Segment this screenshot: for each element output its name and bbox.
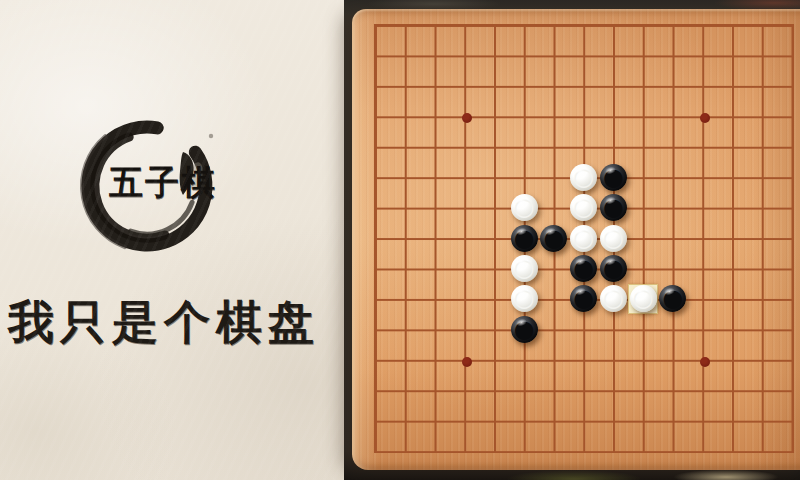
board-cell[interactable] [628,101,658,131]
board-cell[interactable] [420,162,450,192]
board-cell[interactable] [390,284,420,314]
board-cell[interactable] [390,375,420,405]
board-cell[interactable] [390,223,420,253]
board-cell[interactable] [480,101,510,131]
board-cell[interactable] [777,314,800,344]
board-cell[interactable] [628,40,658,70]
board-cell[interactable] [688,71,718,101]
board-cell[interactable] [658,314,688,344]
board-cell[interactable]: ● [599,253,629,283]
board-cell[interactable] [718,101,748,131]
board-cell[interactable] [509,10,539,40]
board-cell[interactable] [539,40,569,70]
board-cell[interactable] [390,101,420,131]
board-cell[interactable] [509,101,539,131]
board-cell[interactable] [450,375,480,405]
board-cell[interactable] [599,10,629,40]
board-cell[interactable] [361,162,391,192]
board-cell[interactable] [539,284,569,314]
board-cell[interactable] [539,71,569,101]
board-cell[interactable]: ○ [628,284,658,314]
board-cell[interactable] [658,192,688,222]
board-cell[interactable] [450,436,480,466]
board-cell[interactable]: ● [569,284,599,314]
board-cell[interactable]: ○ [569,192,599,222]
white-stone: ○ [630,285,657,312]
board-cell[interactable] [450,284,480,314]
board-cell[interactable] [658,132,688,162]
board-cell[interactable] [420,436,450,466]
board-cell[interactable]: ○ [599,223,629,253]
board-cell[interactable] [480,375,510,405]
board-cell[interactable] [420,101,450,131]
black-stone: ● [540,225,567,252]
board-cell[interactable] [599,40,629,70]
board-cell[interactable] [480,253,510,283]
board-cell[interactable] [747,345,777,375]
board-cell[interactable]: ● [658,284,688,314]
board-cell[interactable] [509,375,539,405]
board-cell[interactable] [539,101,569,131]
white-stone: ○ [511,194,538,221]
board-cell[interactable] [688,192,718,222]
board-cell[interactable] [420,192,450,222]
board-cell[interactable] [777,132,800,162]
board-cell[interactable] [747,284,777,314]
board-cell[interactable] [509,345,539,375]
board-cell[interactable] [658,375,688,405]
board-cell[interactable] [420,345,450,375]
board-cell[interactable] [688,375,718,405]
board-cell[interactable] [361,375,391,405]
board-cell[interactable] [747,436,777,466]
board-cell[interactable] [450,192,480,222]
board-cell[interactable] [628,71,658,101]
board-cell[interactable] [658,405,688,435]
board-cell[interactable] [480,223,510,253]
board-cell[interactable] [480,192,510,222]
board-cell[interactable] [718,253,748,283]
game-board: ○●○○●●●○○○●●○●○○●● [352,9,800,470]
black-stone: ● [600,164,627,191]
board-cell[interactable] [688,253,718,283]
board-cell[interactable] [688,314,718,344]
black-stone: ● [570,255,597,282]
board-cell[interactable]: ● [599,192,629,222]
white-stone: ○ [570,164,597,191]
board-cell[interactable] [777,375,800,405]
board-cell[interactable] [658,253,688,283]
board-cell[interactable] [718,436,748,466]
board-cell[interactable] [747,40,777,70]
board-cell[interactable] [747,132,777,162]
board-cell[interactable] [450,405,480,435]
board-cell[interactable] [480,405,510,435]
board-cell[interactable] [390,314,420,344]
board-cell[interactable]: ● [509,223,539,253]
board-cell[interactable] [777,162,800,192]
board-cell[interactable] [628,345,658,375]
board-cell[interactable] [361,314,391,344]
board-cell[interactable] [390,192,420,222]
board-cell[interactable] [628,192,658,222]
board-cell[interactable] [747,162,777,192]
board-cell[interactable] [569,314,599,344]
board-cell[interactable] [599,314,629,344]
board-cell[interactable] [658,436,688,466]
board-cell[interactable] [599,405,629,435]
board-cell[interactable]: ● [509,314,539,344]
board-cell[interactable] [361,405,391,435]
board-cell[interactable] [718,192,748,222]
board-cell[interactable] [658,345,688,375]
board-cell[interactable] [747,405,777,435]
board-cell[interactable] [480,162,510,192]
board-cell[interactable] [509,132,539,162]
board-cell[interactable] [539,345,569,375]
board-cell[interactable]: ● [569,253,599,283]
board-cell[interactable] [628,162,658,192]
stones-layer: ○●○○●●●○○○●●○●○○●● [361,10,800,467]
board-cell[interactable] [450,314,480,344]
board-cell[interactable] [450,71,480,101]
board-cell[interactable]: ○ [509,192,539,222]
board-cell[interactable] [390,10,420,40]
board-cell[interactable] [628,253,658,283]
board-cell[interactable] [509,71,539,101]
board-cell[interactable]: ● [539,223,569,253]
board-cell[interactable] [450,345,480,375]
board-cell[interactable]: ○ [569,223,599,253]
board-cell[interactable] [569,436,599,466]
logo-text: 五子棋 [72,160,222,206]
board-cell[interactable] [450,223,480,253]
board-cell[interactable] [361,436,391,466]
white-stone: ○ [511,285,538,312]
board-cell[interactable] [509,40,539,70]
board-cell[interactable] [688,345,718,375]
board-cell[interactable] [420,40,450,70]
board-cell[interactable] [420,405,450,435]
board-cell[interactable] [569,132,599,162]
board-cell[interactable] [361,253,391,283]
white-stone: ○ [600,285,627,312]
board-cell[interactable] [480,314,510,344]
board-cell[interactable] [628,314,658,344]
board-cell[interactable] [777,345,800,375]
board-cell[interactable] [628,132,658,162]
board-cell[interactable] [361,71,391,101]
board-cell[interactable] [777,405,800,435]
board-cell[interactable] [777,40,800,70]
board-cell[interactable] [480,132,510,162]
board-cell[interactable] [718,223,748,253]
board-cell[interactable] [539,314,569,344]
board-cell[interactable] [361,40,391,70]
board-cell[interactable] [390,40,420,70]
board-cell[interactable] [450,253,480,283]
board-cell[interactable] [361,284,391,314]
board-cell[interactable] [777,436,800,466]
board-cell[interactable] [420,10,450,40]
board-cell[interactable] [569,375,599,405]
black-stone: ● [511,225,538,252]
board-cell[interactable] [599,71,629,101]
board-cell[interactable] [390,253,420,283]
board-cell[interactable] [539,132,569,162]
board-cell[interactable] [390,345,420,375]
board-cell[interactable] [599,345,629,375]
board-cell[interactable] [361,132,391,162]
board-cell[interactable] [599,101,629,131]
board-cell[interactable] [450,132,480,162]
slogan-text: 我只是个棋盘 [0,292,334,354]
board-cell[interactable] [718,314,748,344]
board-cell[interactable] [569,10,599,40]
board-cell[interactable] [628,436,658,466]
board-cell[interactable] [450,162,480,192]
board-cell[interactable] [361,223,391,253]
black-stone: ● [659,285,686,312]
board-cell[interactable] [390,405,420,435]
black-stone: ● [511,316,538,343]
board-cell[interactable] [718,132,748,162]
black-stone: ● [600,255,627,282]
board-cell[interactable] [718,10,748,40]
board-cell[interactable] [450,10,480,40]
board-cell[interactable] [480,436,510,466]
board-cell[interactable] [480,284,510,314]
board-cell[interactable] [599,375,629,405]
white-stone: ○ [570,225,597,252]
board-cell[interactable] [539,436,569,466]
board-cell[interactable] [390,436,420,466]
black-stone: ● [570,285,597,312]
board-cell[interactable] [420,375,450,405]
board-cell[interactable] [688,10,718,40]
board-cell[interactable] [569,101,599,131]
board-cell[interactable] [747,253,777,283]
black-stone: ● [600,194,627,221]
board-cell[interactable] [628,10,658,40]
board-cell[interactable] [539,10,569,40]
board-cell[interactable] [539,405,569,435]
board-cell[interactable] [361,192,391,222]
white-stone: ○ [570,194,597,221]
board-cell[interactable] [450,101,480,131]
board-cell[interactable] [628,375,658,405]
board-cell[interactable] [777,71,800,101]
board-cell[interactable] [688,223,718,253]
board-cell[interactable] [599,132,629,162]
board-cell[interactable] [747,314,777,344]
board-cell[interactable] [747,101,777,131]
board-cell[interactable] [718,345,748,375]
left-panel: 五子棋 我只是个棋盘 [0,0,360,480]
board-cell[interactable] [539,192,569,222]
board-cell[interactable]: ○ [599,284,629,314]
board-cell[interactable] [480,10,510,40]
board-cell[interactable] [688,101,718,131]
app-logo: 五子棋 [72,110,222,260]
board-cell[interactable] [569,405,599,435]
board-cell[interactable] [509,436,539,466]
board-cell[interactable] [747,10,777,40]
board-cell[interactable] [480,345,510,375]
board-cell[interactable] [658,162,688,192]
board-cell[interactable] [420,223,450,253]
board-cell[interactable] [420,284,450,314]
board-cell[interactable]: ○ [569,162,599,192]
board-cell[interactable] [599,436,629,466]
board-cell[interactable] [509,162,539,192]
board-cell[interactable] [361,101,391,131]
white-stone: ○ [511,255,538,282]
board-cell[interactable] [658,223,688,253]
board-cell[interactable] [658,71,688,101]
board-cell[interactable]: ○ [509,253,539,283]
board-cell[interactable]: ○ [509,284,539,314]
board-cell[interactable] [747,375,777,405]
board-cell[interactable] [777,10,800,40]
board-cell[interactable] [539,162,569,192]
board-cell[interactable] [718,40,748,70]
board-cell[interactable] [450,40,480,70]
board-cell[interactable] [688,162,718,192]
board-cell[interactable] [539,375,569,405]
board-cell[interactable] [480,40,510,70]
board-cell[interactable] [628,223,658,253]
board-cell[interactable] [688,436,718,466]
board-cell[interactable] [569,345,599,375]
board-cell[interactable] [777,223,800,253]
board-cell[interactable] [509,405,539,435]
board-cell[interactable] [569,71,599,101]
board-cell[interactable] [777,253,800,283]
board-cell[interactable] [658,101,688,131]
board-cell[interactable] [539,253,569,283]
board-cell[interactable] [420,71,450,101]
board-cell[interactable] [480,71,510,101]
board-cell[interactable] [747,71,777,101]
board-cell[interactable] [569,40,599,70]
board-cell[interactable] [777,101,800,131]
board-cell[interactable] [747,223,777,253]
board-cell[interactable] [718,284,748,314]
board-cell[interactable] [361,10,391,40]
board-cell[interactable] [658,10,688,40]
board-cell[interactable] [420,132,450,162]
board-cell[interactable] [718,71,748,101]
board-cell[interactable] [390,71,420,101]
board-cell[interactable] [361,345,391,375]
board-cell[interactable] [688,132,718,162]
board-cell[interactable] [718,405,748,435]
board-cell[interactable] [420,314,450,344]
board-cell[interactable] [718,162,748,192]
board-cell[interactable] [688,405,718,435]
board-cell[interactable] [777,192,800,222]
board-cell[interactable] [777,284,800,314]
board-cell[interactable] [718,375,748,405]
board-cell[interactable] [658,40,688,70]
board-cell[interactable] [390,132,420,162]
board-cell[interactable] [688,40,718,70]
board-cell[interactable] [628,405,658,435]
board-cell[interactable]: ● [599,162,629,192]
app-window: 五子棋 我只是个棋盘 ○●○○●●●○○○●●○●○○●● [0,0,800,480]
white-stone: ○ [600,225,627,252]
board-cell[interactable] [420,253,450,283]
board-cell[interactable] [390,162,420,192]
board-cell[interactable] [747,192,777,222]
board-cell[interactable] [688,284,718,314]
